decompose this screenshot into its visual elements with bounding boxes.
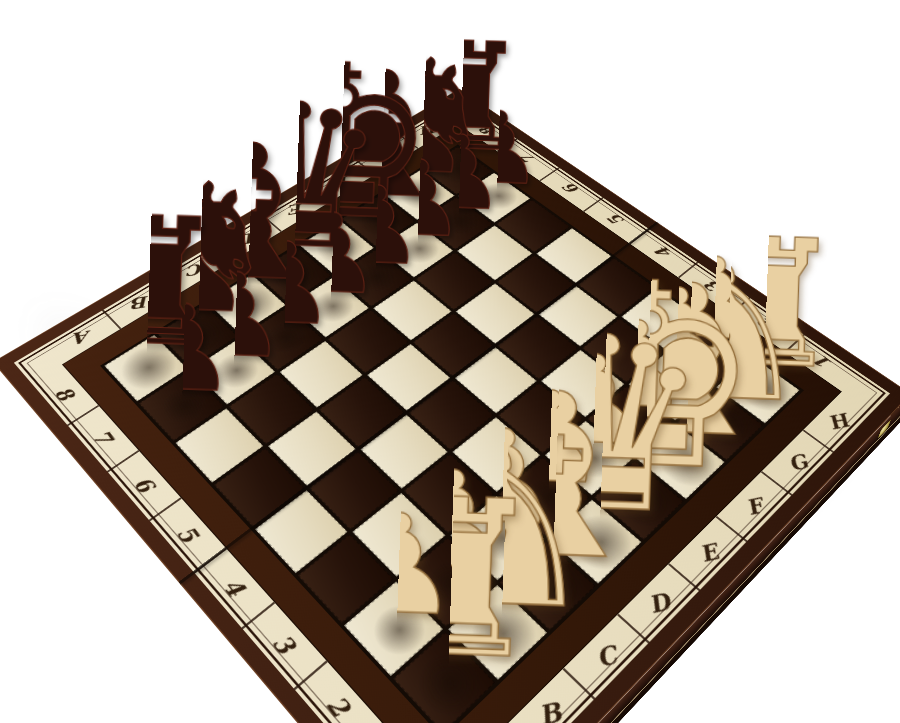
black-pawn-glyph: ♟ — [130, 288, 239, 409]
rank-label: 8 — [49, 383, 79, 405]
piece-shadow — [377, 163, 468, 226]
file-label: H — [419, 122, 439, 137]
file-label-cell: F — [310, 161, 374, 203]
chess-board: 87654321 87654321 ABCDEFGH ABCDEFGH ♜♞♝♛… — [0, 89, 900, 723]
black-pawn-glyph: ♟ — [372, 146, 468, 252]
square-f8 — [342, 194, 415, 246]
rank-label: 8 — [476, 124, 499, 138]
rank-label: 4 — [217, 573, 251, 602]
rank-label: 7 — [87, 426, 118, 450]
square-g7 — [419, 197, 492, 249]
black-rook-glyph: ♜ — [393, 21, 530, 173]
square-g6 — [457, 225, 532, 280]
rank-label: 3 — [267, 629, 302, 660]
file-label: F — [335, 173, 351, 189]
rank-label-cell: 6 — [539, 167, 602, 211]
rank-label: 5 — [604, 212, 629, 229]
perspective-scene: 87654321 87654321 ABCDEFGH ABCDEFGH ♜♞♝♛… — [0, 0, 900, 723]
square-g8 — [383, 170, 455, 220]
piece-shadow — [423, 196, 498, 249]
piece-shadow — [462, 171, 535, 222]
square-d6 — [327, 310, 408, 373]
piece-shadow — [417, 140, 506, 201]
file-label: G — [378, 147, 397, 163]
black-pawn-glyph: ♟ — [453, 98, 545, 199]
piece-shadow — [338, 248, 417, 306]
rank-label: 6 — [559, 181, 583, 197]
square-h8 — [422, 147, 492, 195]
file-label-cell: G — [355, 135, 417, 175]
black-knight-glyph: ♞ — [351, 37, 496, 198]
piece-shadow — [336, 187, 430, 253]
square-f6 — [416, 252, 493, 310]
white-rook-glyph: ♜ — [351, 468, 552, 690]
rank-label: 7 — [516, 152, 540, 167]
file-label-cell: H — [398, 111, 458, 149]
product-photo-stage: 87654321 87654321 ABCDEFGH ABCDEFGH ♜♞♝♛… — [0, 0, 900, 723]
square-e6 — [373, 280, 452, 340]
black-pawn-glyph: ♟ — [328, 171, 426, 280]
black-pawn-glyph: ♟ — [413, 121, 507, 225]
file-label: B — [534, 696, 564, 723]
square-h7 — [458, 173, 530, 223]
rank-label-cell: 8 — [458, 112, 516, 151]
rank-label-cell: 7 — [497, 138, 558, 180]
black-bishop-glyph: ♝ — [304, 47, 464, 224]
square-e7 — [335, 249, 412, 306]
piece-shadow — [382, 221, 459, 277]
square-f7 — [378, 223, 453, 278]
rank-label: 6 — [128, 472, 160, 497]
rank-label: 5 — [171, 521, 204, 548]
